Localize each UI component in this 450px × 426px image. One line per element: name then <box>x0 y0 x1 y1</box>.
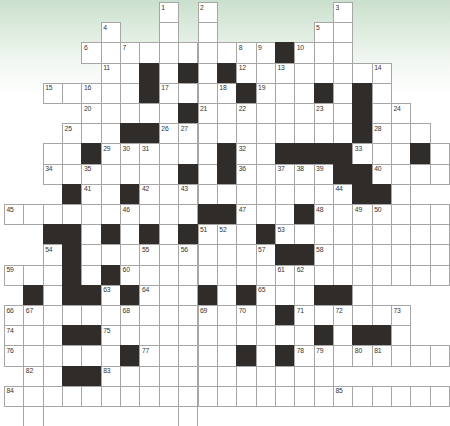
crossword-cell[interactable] <box>352 224 372 245</box>
crossword-cell[interactable]: 84 <box>4 386 24 407</box>
crossword-cell[interactable] <box>391 123 411 144</box>
crossword-cell[interactable] <box>178 285 198 306</box>
crossword-cell[interactable] <box>256 305 276 326</box>
crossword-cell[interactable]: 62 <box>294 265 314 286</box>
crossword-cell[interactable] <box>43 386 63 407</box>
crossword-cell[interactable]: 1 <box>159 2 179 23</box>
crossword-cell[interactable] <box>256 265 276 286</box>
crossword-cell[interactable] <box>159 386 179 407</box>
crossword-cell[interactable]: 83 <box>101 366 121 387</box>
crossword-cell[interactable] <box>314 386 334 407</box>
crossword-cell[interactable] <box>275 123 295 144</box>
crossword-cell[interactable] <box>178 406 198 426</box>
crossword-cell[interactable] <box>372 305 392 326</box>
crossword-cell[interactable] <box>198 63 218 84</box>
crossword-cell[interactable] <box>217 265 237 286</box>
crossword-cell[interactable] <box>294 184 314 205</box>
crossword-cell[interactable]: 29 <box>101 143 121 164</box>
crossword-cell[interactable]: 75 <box>101 325 121 346</box>
crossword-cell[interactable] <box>101 123 121 144</box>
crossword-cell[interactable] <box>294 325 314 346</box>
crossword-cell[interactable]: 26 <box>159 123 179 144</box>
crossword-cell[interactable] <box>294 83 314 104</box>
crossword-cell[interactable]: 48 <box>314 204 334 225</box>
crossword-cell[interactable]: 65 <box>256 285 276 306</box>
crossword-cell[interactable] <box>391 265 411 286</box>
crossword-cell[interactable]: 67 <box>23 305 43 326</box>
crossword-cell[interactable] <box>410 386 430 407</box>
crossword-cell[interactable] <box>62 386 82 407</box>
crossword-cell[interactable]: 39 <box>314 164 334 185</box>
crossword-cell[interactable] <box>430 265 450 286</box>
crossword-cell[interactable]: 8 <box>236 42 256 63</box>
crossword-cell[interactable] <box>372 103 392 124</box>
crossword-cell[interactable] <box>236 184 256 205</box>
crossword-cell[interactable] <box>81 265 101 286</box>
crossword-cell[interactable]: 13 <box>275 63 295 84</box>
crossword-cell[interactable]: 76 <box>4 345 24 366</box>
crossword-cell[interactable] <box>139 325 159 346</box>
crossword-cell[interactable]: 37 <box>275 164 295 185</box>
crossword-cell[interactable] <box>62 164 82 185</box>
crossword-cell[interactable] <box>81 224 101 245</box>
crossword-cell[interactable] <box>391 184 411 205</box>
crossword-cell[interactable] <box>43 265 63 286</box>
crossword-cell[interactable] <box>333 204 353 225</box>
crossword-cell[interactable] <box>198 22 218 43</box>
crossword-cell[interactable] <box>352 305 372 326</box>
crossword-cell[interactable] <box>236 386 256 407</box>
crossword-cell[interactable] <box>159 143 179 164</box>
crossword-cell[interactable] <box>314 224 334 245</box>
crossword-cell[interactable]: 46 <box>120 204 140 225</box>
crossword-cell[interactable]: 61 <box>275 265 295 286</box>
crossword-cell[interactable] <box>198 143 218 164</box>
crossword-cell[interactable]: 72 <box>333 305 353 326</box>
crossword-cell[interactable]: 66 <box>4 305 24 326</box>
crossword-cell[interactable]: 15 <box>43 83 63 104</box>
crossword-cell[interactable] <box>198 386 218 407</box>
crossword-cell[interactable]: 20 <box>81 103 101 124</box>
crossword-cell[interactable] <box>139 366 159 387</box>
crossword-cell[interactable] <box>372 224 392 245</box>
crossword-cell[interactable] <box>236 123 256 144</box>
crossword-cell[interactable]: 53 <box>275 224 295 245</box>
crossword-cell[interactable]: 18 <box>217 83 237 104</box>
crossword-cell[interactable] <box>430 204 450 225</box>
crossword-cell[interactable]: 78 <box>294 345 314 366</box>
crossword-cell[interactable] <box>120 164 140 185</box>
crossword-cell[interactable]: 85 <box>333 386 353 407</box>
crossword-cell[interactable] <box>217 366 237 387</box>
crossword-cell[interactable]: 69 <box>198 305 218 326</box>
crossword-cell[interactable] <box>23 386 43 407</box>
crossword-cell[interactable] <box>198 345 218 366</box>
crossword-cell[interactable] <box>23 204 43 225</box>
crossword-cell[interactable] <box>314 63 334 84</box>
crossword-cell[interactable] <box>275 285 295 306</box>
crossword-cell[interactable] <box>139 204 159 225</box>
crossword-cell[interactable] <box>217 285 237 306</box>
crossword-cell[interactable]: 30 <box>120 143 140 164</box>
crossword-cell[interactable] <box>43 325 63 346</box>
crossword-cell[interactable] <box>352 265 372 286</box>
crossword-cell[interactable] <box>81 305 101 326</box>
crossword-cell[interactable] <box>256 63 276 84</box>
crossword-cell[interactable]: 59 <box>4 265 24 286</box>
crossword-cell[interactable] <box>275 204 295 225</box>
crossword-cell[interactable] <box>410 244 430 265</box>
crossword-cell[interactable] <box>159 325 179 346</box>
crossword-cell[interactable]: 73 <box>391 305 411 326</box>
crossword-cell[interactable] <box>256 103 276 124</box>
crossword-cell[interactable] <box>178 325 198 346</box>
crossword-cell[interactable] <box>159 305 179 326</box>
crossword-cell[interactable] <box>81 386 101 407</box>
crossword-cell[interactable] <box>333 83 353 104</box>
crossword-cell[interactable]: 31 <box>139 143 159 164</box>
crossword-cell[interactable] <box>391 224 411 245</box>
crossword-cell[interactable]: 32 <box>236 143 256 164</box>
crossword-cell[interactable] <box>23 325 43 346</box>
crossword-cell[interactable] <box>391 325 411 346</box>
crossword-cell[interactable] <box>217 386 237 407</box>
crossword-cell[interactable] <box>217 345 237 366</box>
crossword-cell[interactable] <box>120 244 140 265</box>
crossword-cell[interactable]: 74 <box>4 325 24 346</box>
crossword-cell[interactable]: 2 <box>198 2 218 23</box>
crossword-cell[interactable]: 71 <box>294 305 314 326</box>
crossword-cell[interactable] <box>101 83 121 104</box>
crossword-cell[interactable] <box>159 164 179 185</box>
crossword-cell[interactable] <box>430 244 450 265</box>
crossword-cell[interactable] <box>294 123 314 144</box>
crossword-cell[interactable] <box>256 325 276 346</box>
crossword-cell[interactable]: 27 <box>178 123 198 144</box>
crossword-cell[interactable]: 11 <box>101 63 121 84</box>
crossword-cell[interactable] <box>236 265 256 286</box>
crossword-cell[interactable]: 40 <box>372 164 392 185</box>
crossword-cell[interactable]: 4 <box>101 22 121 43</box>
crossword-cell[interactable] <box>101 305 121 326</box>
crossword-cell[interactable] <box>430 224 450 245</box>
crossword-cell[interactable] <box>178 305 198 326</box>
crossword-cell[interactable] <box>352 285 372 306</box>
crossword-cell[interactable]: 42 <box>139 184 159 205</box>
crossword-cell[interactable] <box>352 244 372 265</box>
crossword-cell[interactable]: 12 <box>236 63 256 84</box>
crossword-cell[interactable] <box>159 184 179 205</box>
crossword-cell[interactable] <box>139 103 159 124</box>
crossword-cell[interactable]: 47 <box>236 204 256 225</box>
crossword-cell[interactable] <box>275 366 295 387</box>
crossword-cell[interactable] <box>314 305 334 326</box>
crossword-cell[interactable] <box>372 386 392 407</box>
crossword-cell[interactable] <box>256 143 276 164</box>
crossword-cell[interactable] <box>314 184 334 205</box>
crossword-cell[interactable]: 3 <box>333 2 353 23</box>
crossword-cell[interactable]: 81 <box>372 345 392 366</box>
crossword-cell[interactable] <box>256 366 276 387</box>
crossword-cell[interactable] <box>178 386 198 407</box>
crossword-cell[interactable] <box>159 244 179 265</box>
crossword-cell[interactable] <box>333 224 353 245</box>
crossword-cell[interactable] <box>256 123 276 144</box>
crossword-cell[interactable] <box>352 63 372 84</box>
crossword-cell[interactable] <box>159 285 179 306</box>
crossword-cell[interactable] <box>391 143 411 164</box>
crossword-cell[interactable] <box>294 285 314 306</box>
crossword-cell[interactable] <box>159 366 179 387</box>
crossword-cell[interactable] <box>410 265 430 286</box>
crossword-cell[interactable] <box>43 285 63 306</box>
crossword-cell[interactable] <box>101 204 121 225</box>
crossword-cell[interactable] <box>62 345 82 366</box>
crossword-cell[interactable] <box>43 305 63 326</box>
crossword-cell[interactable] <box>159 22 179 43</box>
crossword-cell[interactable] <box>198 83 218 104</box>
crossword-cell[interactable] <box>372 143 392 164</box>
crossword-cell[interactable] <box>43 366 63 387</box>
crossword-cell[interactable]: 55 <box>139 244 159 265</box>
crossword-cell[interactable]: 45 <box>4 204 24 225</box>
crossword-cell[interactable]: 64 <box>139 285 159 306</box>
crossword-cell[interactable]: 57 <box>256 244 276 265</box>
crossword-cell[interactable] <box>23 406 43 426</box>
crossword-cell[interactable] <box>120 386 140 407</box>
crossword-cell[interactable] <box>333 244 353 265</box>
crossword-cell[interactable]: 16 <box>81 83 101 104</box>
crossword-cell[interactable] <box>81 123 101 144</box>
crossword-cell[interactable] <box>159 42 179 63</box>
crossword-cell[interactable]: 60 <box>120 265 140 286</box>
crossword-cell[interactable] <box>217 244 237 265</box>
crossword-cell[interactable] <box>275 83 295 104</box>
crossword-cell[interactable] <box>294 103 314 124</box>
crossword-cell[interactable] <box>236 366 256 387</box>
crossword-cell[interactable]: 80 <box>352 345 372 366</box>
crossword-cell[interactable] <box>62 143 82 164</box>
crossword-cell[interactable] <box>120 83 140 104</box>
crossword-cell[interactable] <box>139 164 159 185</box>
crossword-cell[interactable] <box>159 204 179 225</box>
crossword-cell[interactable] <box>159 224 179 245</box>
crossword-cell[interactable] <box>333 265 353 286</box>
crossword-cell[interactable] <box>217 42 237 63</box>
crossword-cell[interactable] <box>217 305 237 326</box>
crossword-cell[interactable]: 70 <box>236 305 256 326</box>
crossword-cell[interactable] <box>159 265 179 286</box>
crossword-cell[interactable] <box>333 325 353 346</box>
crossword-cell[interactable] <box>198 244 218 265</box>
crossword-cell[interactable] <box>178 345 198 366</box>
crossword-cell[interactable] <box>275 184 295 205</box>
crossword-cell[interactable] <box>410 123 430 144</box>
crossword-cell[interactable] <box>372 244 392 265</box>
crossword-cell[interactable]: 34 <box>43 164 63 185</box>
crossword-cell[interactable]: 43 <box>178 184 198 205</box>
crossword-cell[interactable]: 7 <box>120 42 140 63</box>
crossword-cell[interactable]: 10 <box>294 42 314 63</box>
crossword-cell[interactable] <box>62 305 82 326</box>
crossword-cell[interactable] <box>333 22 353 43</box>
crossword-cell[interactable] <box>178 143 198 164</box>
crossword-cell[interactable] <box>23 265 43 286</box>
crossword-cell[interactable]: 24 <box>391 103 411 124</box>
crossword-cell[interactable]: 5 <box>314 22 334 43</box>
crossword-cell[interactable] <box>43 143 63 164</box>
crossword-cell[interactable] <box>178 366 198 387</box>
crossword-cell[interactable] <box>198 42 218 63</box>
crossword-cell[interactable] <box>391 345 411 366</box>
crossword-cell[interactable] <box>198 184 218 205</box>
crossword-cell[interactable] <box>256 386 276 407</box>
crossword-cell[interactable]: 82 <box>23 366 43 387</box>
crossword-cell[interactable] <box>333 103 353 124</box>
crossword-cell[interactable] <box>139 305 159 326</box>
crossword-cell[interactable] <box>294 224 314 245</box>
crossword-cell[interactable] <box>178 83 198 104</box>
crossword-cell[interactable] <box>372 265 392 286</box>
crossword-cell[interactable] <box>294 386 314 407</box>
crossword-cell[interactable] <box>120 63 140 84</box>
crossword-cell[interactable] <box>62 204 82 225</box>
crossword-cell[interactable] <box>430 345 450 366</box>
crossword-cell[interactable] <box>101 386 121 407</box>
crossword-cell[interactable]: 41 <box>81 184 101 205</box>
crossword-cell[interactable] <box>178 204 198 225</box>
crossword-cell[interactable] <box>314 123 334 144</box>
crossword-cell[interactable] <box>198 325 218 346</box>
crossword-cell[interactable]: 23 <box>314 103 334 124</box>
crossword-cell[interactable] <box>294 366 314 387</box>
crossword-cell[interactable] <box>391 164 411 185</box>
crossword-cell[interactable] <box>43 204 63 225</box>
crossword-cell[interactable] <box>198 123 218 144</box>
crossword-cell[interactable]: 38 <box>294 164 314 185</box>
crossword-cell[interactable] <box>275 325 295 346</box>
crossword-cell[interactable] <box>101 42 121 63</box>
crossword-cell[interactable] <box>101 244 121 265</box>
crossword-cell[interactable]: 22 <box>236 103 256 124</box>
crossword-cell[interactable] <box>410 224 430 245</box>
crossword-cell[interactable] <box>101 345 121 366</box>
crossword-cell[interactable]: 44 <box>333 184 353 205</box>
crossword-cell[interactable]: 21 <box>198 103 218 124</box>
crossword-cell[interactable] <box>101 103 121 124</box>
crossword-cell[interactable] <box>430 386 450 407</box>
crossword-cell[interactable] <box>120 325 140 346</box>
crossword-cell[interactable] <box>120 224 140 245</box>
crossword-cell[interactable]: 50 <box>372 204 392 225</box>
crossword-cell[interactable] <box>410 345 430 366</box>
crossword-cell[interactable] <box>43 345 63 366</box>
crossword-cell[interactable] <box>23 345 43 366</box>
crossword-cell[interactable] <box>101 184 121 205</box>
crossword-cell[interactable] <box>198 164 218 185</box>
crossword-cell[interactable] <box>391 386 411 407</box>
crossword-cell[interactable]: 6 <box>81 42 101 63</box>
crossword-cell[interactable] <box>430 143 450 164</box>
crossword-cell[interactable]: 51 <box>198 224 218 245</box>
crossword-cell[interactable]: 49 <box>352 204 372 225</box>
crossword-cell[interactable] <box>333 345 353 366</box>
crossword-cell[interactable] <box>294 63 314 84</box>
crossword-cell[interactable] <box>217 184 237 205</box>
crossword-cell[interactable]: 28 <box>372 123 392 144</box>
crossword-cell[interactable] <box>314 42 334 63</box>
crossword-cell[interactable] <box>430 164 450 185</box>
crossword-cell[interactable] <box>372 83 392 104</box>
crossword-cell[interactable] <box>198 265 218 286</box>
crossword-cell[interactable] <box>217 123 237 144</box>
crossword-cell[interactable] <box>101 164 121 185</box>
crossword-cell[interactable] <box>236 325 256 346</box>
crossword-cell[interactable] <box>333 123 353 144</box>
crossword-cell[interactable] <box>81 244 101 265</box>
crossword-cell[interactable] <box>236 224 256 245</box>
crossword-cell[interactable] <box>256 184 276 205</box>
crossword-cell[interactable] <box>410 164 430 185</box>
crossword-cell[interactable] <box>256 164 276 185</box>
crossword-cell[interactable] <box>275 103 295 124</box>
crossword-cell[interactable]: 33 <box>352 143 372 164</box>
crossword-cell[interactable] <box>236 244 256 265</box>
crossword-cell[interactable] <box>178 265 198 286</box>
crossword-cell[interactable] <box>159 63 179 84</box>
crossword-cell[interactable] <box>139 386 159 407</box>
crossword-cell[interactable] <box>62 83 82 104</box>
crossword-cell[interactable]: 25 <box>62 123 82 144</box>
crossword-cell[interactable]: 58 <box>314 244 334 265</box>
crossword-cell[interactable] <box>256 345 276 366</box>
crossword-cell[interactable]: 56 <box>178 244 198 265</box>
crossword-cell[interactable] <box>120 103 140 124</box>
crossword-cell[interactable]: 77 <box>139 345 159 366</box>
crossword-cell[interactable] <box>410 204 430 225</box>
crossword-cell[interactable]: 19 <box>256 83 276 104</box>
crossword-cell[interactable]: 36 <box>236 164 256 185</box>
crossword-cell[interactable]: 52 <box>217 224 237 245</box>
crossword-cell[interactable] <box>391 244 411 265</box>
crossword-cell[interactable] <box>159 103 179 124</box>
crossword-cell[interactable] <box>352 386 372 407</box>
crossword-cell[interactable]: 79 <box>314 345 334 366</box>
crossword-cell[interactable] <box>120 366 140 387</box>
crossword-cell[interactable] <box>217 325 237 346</box>
crossword-cell[interactable] <box>139 265 159 286</box>
crossword-cell[interactable] <box>81 345 101 366</box>
crossword-cell[interactable]: 35 <box>81 164 101 185</box>
crossword-cell[interactable] <box>178 42 198 63</box>
crossword-cell[interactable]: 17 <box>159 83 179 104</box>
crossword-cell[interactable] <box>139 42 159 63</box>
crossword-cell[interactable] <box>256 204 276 225</box>
crossword-cell[interactable] <box>275 386 295 407</box>
crossword-cell[interactable] <box>391 204 411 225</box>
crossword-cell[interactable] <box>217 103 237 124</box>
crossword-cell[interactable]: 14 <box>372 63 392 84</box>
crossword-cell[interactable] <box>333 63 353 84</box>
crossword-cell[interactable] <box>81 204 101 225</box>
crossword-cell[interactable] <box>333 42 353 63</box>
crossword-cell[interactable] <box>159 345 179 366</box>
crossword-cell[interactable] <box>314 366 334 387</box>
crossword-cell[interactable]: 63 <box>101 285 121 306</box>
crossword-cell[interactable]: 54 <box>43 244 63 265</box>
crossword-cell[interactable]: 68 <box>120 305 140 326</box>
crossword-cell[interactable] <box>314 265 334 286</box>
